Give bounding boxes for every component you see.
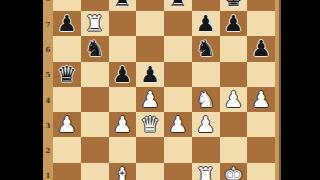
white-pawn-a3: ♟	[53, 112, 81, 137]
square-h1	[247, 163, 275, 180]
rank-label-3: 3	[44, 121, 52, 128]
white-queen-d3: ♛	[136, 112, 164, 137]
black-pawn-a7: ♟	[53, 11, 81, 36]
rank-label-7: 7	[44, 20, 52, 27]
square-h2	[247, 137, 275, 162]
white-rook-f1: ♜	[192, 163, 220, 180]
square-h4: ♟	[247, 87, 275, 112]
square-d5: ♟	[136, 62, 164, 87]
rank-label-1: 1	[44, 172, 52, 179]
black-rook-c8: ♜	[109, 0, 137, 11]
square-f1: ♜	[192, 163, 220, 180]
square-b3	[81, 112, 109, 137]
square-g4: ♟	[220, 87, 248, 112]
square-h3	[247, 112, 275, 137]
square-e4	[164, 87, 192, 112]
square-b4	[81, 87, 109, 112]
square-g3	[220, 112, 248, 137]
square-c8: ♜	[109, 0, 137, 11]
square-b5	[81, 62, 109, 87]
square-d2	[136, 137, 164, 162]
square-a6	[53, 36, 81, 61]
square-f4: ♞	[192, 87, 220, 112]
square-e8: ♜	[164, 0, 192, 11]
square-f5	[192, 62, 220, 87]
square-b7: ♜	[81, 11, 109, 36]
square-a1	[53, 163, 81, 180]
square-a8	[53, 0, 81, 11]
white-knight-f4: ♞	[192, 87, 220, 112]
square-h6: ♟	[247, 36, 275, 61]
rank-label-4: 4	[44, 96, 52, 103]
black-pawn-c5: ♟	[109, 62, 137, 87]
square-d7	[136, 11, 164, 36]
square-a7: ♟	[53, 11, 81, 36]
square-c3: ♟	[109, 112, 137, 137]
square-c2	[109, 137, 137, 162]
black-king-g8: ♚	[220, 0, 248, 11]
square-f3: ♟	[192, 112, 220, 137]
white-pawn-e3: ♟	[164, 112, 192, 137]
black-knight-f6: ♞	[192, 36, 220, 61]
square-e2	[164, 137, 192, 162]
chess-board: ♜♜♚♟♜♟♟♞♞♟♛♟♟♟♞♟♟♟♟♛♟♟♝♜♚	[53, 0, 275, 180]
square-f8	[192, 0, 220, 11]
square-h5	[247, 62, 275, 87]
square-c5: ♟	[109, 62, 137, 87]
square-b8	[81, 0, 109, 11]
white-pawn-f3: ♟	[192, 112, 220, 137]
square-c7	[109, 11, 137, 36]
square-d8	[136, 0, 164, 11]
square-d3: ♛	[136, 112, 164, 137]
white-pawn-d4: ♟	[136, 87, 164, 112]
rank-label-6: 6	[44, 45, 52, 52]
black-rook-e8: ♜	[164, 0, 192, 11]
square-f2	[192, 137, 220, 162]
square-g6	[220, 36, 248, 61]
square-e5	[164, 62, 192, 87]
square-g1: ♚	[220, 163, 248, 180]
square-a5: ♛	[53, 62, 81, 87]
square-d6	[136, 36, 164, 61]
square-g7: ♟	[220, 11, 248, 36]
square-e3: ♟	[164, 112, 192, 137]
square-c6	[109, 36, 137, 61]
square-e6	[164, 36, 192, 61]
square-b6: ♞	[81, 36, 109, 61]
square-h7	[247, 11, 275, 36]
square-e7	[164, 11, 192, 36]
square-g5	[220, 62, 248, 87]
white-pawn-g4: ♟	[220, 87, 248, 112]
square-c4	[109, 87, 137, 112]
square-f7: ♟	[192, 11, 220, 36]
white-pawn-c3: ♟	[109, 112, 137, 137]
square-a2	[53, 137, 81, 162]
square-d1	[136, 163, 164, 180]
rank-label-2: 2	[44, 147, 52, 154]
white-rook-b7: ♜	[81, 11, 109, 36]
square-d4: ♟	[136, 87, 164, 112]
black-pawn-h6: ♟	[247, 36, 275, 61]
square-e1	[164, 163, 192, 180]
rank-label-8: 8	[44, 0, 52, 2]
white-pawn-h4: ♟	[247, 87, 275, 112]
black-pawn-g7: ♟	[220, 11, 248, 36]
square-c1: ♝	[109, 163, 137, 180]
white-bishop-c1: ♝	[109, 163, 137, 180]
square-g2	[220, 137, 248, 162]
square-a3: ♟	[53, 112, 81, 137]
square-b2	[81, 137, 109, 162]
white-king-g1: ♚	[220, 163, 248, 180]
black-pawn-d5: ♟	[136, 62, 164, 87]
black-pawn-f7: ♟	[192, 11, 220, 36]
black-knight-b6: ♞	[81, 36, 109, 61]
square-f6: ♞	[192, 36, 220, 61]
black-queen-a5: ♛	[53, 62, 81, 87]
rank-label-5: 5	[44, 71, 52, 78]
video-canvas: 87654321 ♜♜♚♟♜♟♟♞♞♟♛♟♟♟♞♟♟♟♟♛♟♟♝♜♚	[0, 0, 320, 180]
square-g8: ♚	[220, 0, 248, 11]
square-b1	[81, 163, 109, 180]
square-a4	[53, 87, 81, 112]
square-h8	[247, 0, 275, 11]
